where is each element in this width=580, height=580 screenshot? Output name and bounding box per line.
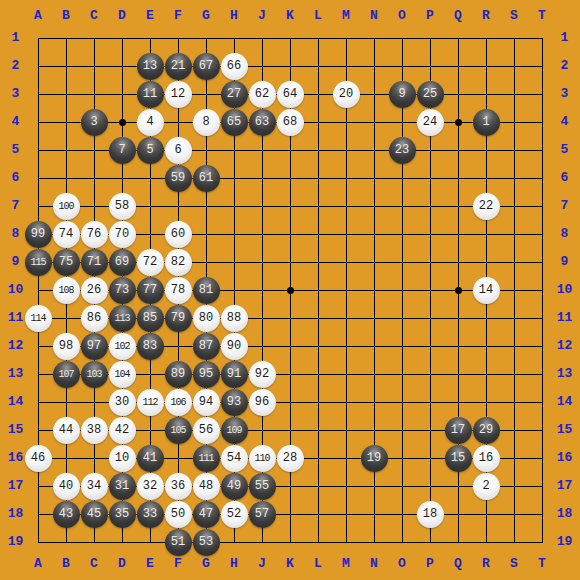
stone-black[interactable]: 67 [193,53,220,80]
stone-white[interactable]: 4 [137,109,164,136]
stone-white[interactable]: 16 [473,445,500,472]
move-number: 49 [227,479,241,493]
stone-black[interactable]: 105 [165,417,192,444]
move-number: 55 [255,479,269,493]
stone-black[interactable]: 53 [193,529,220,556]
move-number: 93 [227,395,241,409]
move-number: 1 [482,115,489,129]
stone-black[interactable]: 15 [445,445,472,472]
stone-black[interactable]: 5 [137,137,164,164]
stone-white[interactable]: 102 [109,333,136,360]
stone-white[interactable]: 36 [165,473,192,500]
stone-white[interactable]: 60 [165,221,192,248]
stone-white[interactable]: 32 [137,473,164,500]
stone-white[interactable]: 88 [221,305,248,332]
move-number: 114 [30,313,45,324]
move-number: 113 [114,313,129,324]
move-number: 106 [170,397,185,408]
move-number: 71 [87,255,101,269]
move-number: 25 [423,87,437,101]
move-number: 73 [115,283,129,297]
move-number: 90 [227,339,241,353]
move-number: 26 [87,283,101,297]
stone-black[interactable]: 55 [249,473,276,500]
stone-white[interactable]: 54 [221,445,248,472]
move-number: 74 [59,227,73,241]
move-number: 5 [146,143,153,157]
stone-black[interactable]: 27 [221,81,248,108]
stone-white[interactable]: 46 [25,445,52,472]
move-number: 92 [255,367,269,381]
move-number: 12 [171,87,185,101]
move-number: 15 [451,451,465,465]
stone-black[interactable]: 1 [473,109,500,136]
move-number: 112 [142,397,157,408]
move-number: 111 [198,453,213,464]
move-number: 94 [199,395,213,409]
move-number: 29 [479,423,493,437]
stone-white[interactable]: 56 [193,417,220,444]
move-number: 48 [199,479,213,493]
stone-white[interactable]: 6 [165,137,192,164]
stone-white[interactable]: 68 [277,109,304,136]
stone-black[interactable]: 93 [221,389,248,416]
stone-white[interactable]: 12 [165,81,192,108]
move-number: 78 [171,283,185,297]
stone-white[interactable]: 62 [249,81,276,108]
move-number: 99 [31,227,45,241]
move-number: 40 [59,479,73,493]
move-number: 60 [171,227,185,241]
move-number: 8 [202,115,209,129]
move-number: 50 [171,507,185,521]
move-number: 110 [254,453,269,464]
go-board-screen: ABCDEFGHJKLMNOPQRST ABCDEFGHJKLMNOPQRST … [0,0,580,580]
move-number: 108 [58,285,73,296]
stone-black[interactable]: 3 [81,109,108,136]
stone-white[interactable]: 74 [53,221,80,248]
stone-white[interactable]: 28 [277,445,304,472]
stone-black[interactable]: 103 [81,361,108,388]
move-number: 3 [90,115,97,129]
move-number: 9 [398,87,405,101]
move-number: 46 [31,451,45,465]
stone-black[interactable]: 43 [53,501,80,528]
move-number: 45 [87,507,101,521]
stone-black[interactable]: 21 [165,53,192,80]
move-number: 6 [174,143,181,157]
stone-white[interactable]: 8 [193,109,220,136]
move-number: 44 [59,423,73,437]
stone-white[interactable]: 104 [109,361,136,388]
move-number: 65 [227,115,241,129]
move-number: 62 [255,87,269,101]
stone-white[interactable]: 76 [81,221,108,248]
stone-black[interactable]: 33 [137,501,164,528]
stone-black[interactable]: 11 [137,81,164,108]
move-number: 11 [143,87,157,101]
stone-black[interactable]: 45 [81,501,108,528]
stone-black[interactable]: 13 [137,53,164,80]
move-number: 56 [199,423,213,437]
move-number: 58 [115,199,129,213]
stone-black[interactable]: 69 [109,249,136,276]
stone-white[interactable]: 26 [81,277,108,304]
stone-black[interactable]: 25 [417,81,444,108]
stone-black[interactable]: 29 [473,417,500,444]
move-number: 107 [58,369,73,380]
move-number: 105 [170,425,185,436]
stone-black[interactable]: 83 [137,333,164,360]
move-number: 95 [199,367,213,381]
move-number: 27 [227,87,241,101]
stone-white[interactable]: 86 [81,305,108,332]
stone-black[interactable]: 17 [445,417,472,444]
stone-white[interactable]: 30 [109,389,136,416]
stone-black[interactable]: 19 [361,445,388,472]
stone-black[interactable]: 59 [165,165,192,192]
stone-white[interactable]: 94 [193,389,220,416]
stone-white[interactable]: 112 [137,389,164,416]
move-number: 67 [199,59,213,73]
move-number: 82 [171,255,185,269]
move-number: 22 [479,199,493,213]
move-number: 54 [227,451,241,465]
move-number: 103 [86,369,101,380]
move-number: 14 [479,283,493,297]
stone-black[interactable]: 89 [165,361,192,388]
stone-black[interactable]: 61 [193,165,220,192]
move-number: 85 [143,311,157,325]
stone-white[interactable]: 98 [53,333,80,360]
stone-white[interactable]: 100 [53,193,80,220]
move-number: 31 [115,479,129,493]
stone-white[interactable]: 52 [221,501,248,528]
move-number: 34 [87,479,101,493]
stone-white[interactable]: 70 [109,221,136,248]
move-number: 91 [227,367,241,381]
move-number: 97 [87,339,101,353]
stone-white[interactable]: 44 [53,417,80,444]
stone-white[interactable]: 66 [221,53,248,80]
move-number: 72 [143,255,157,269]
stone-black[interactable]: 35 [109,501,136,528]
stone-black[interactable]: 23 [389,137,416,164]
move-number: 77 [143,283,157,297]
move-number: 47 [199,507,213,521]
move-number: 17 [451,423,465,437]
move-number: 43 [59,507,73,521]
move-number: 102 [114,341,129,352]
move-number: 70 [115,227,129,241]
stone-black[interactable]: 87 [193,333,220,360]
move-number: 76 [87,227,101,241]
move-number: 68 [283,115,297,129]
stone-white[interactable]: 48 [193,473,220,500]
stone-black[interactable]: 107 [53,361,80,388]
move-number: 7 [118,143,125,157]
move-number: 75 [59,255,73,269]
stone-white[interactable]: 110 [249,445,276,472]
stone-black[interactable]: 81 [193,277,220,304]
move-number: 81 [199,283,213,297]
stone-white[interactable]: 34 [81,473,108,500]
stone-black[interactable]: 51 [165,529,192,556]
move-number: 23 [395,143,409,157]
move-number: 59 [171,171,185,185]
stone-black[interactable]: 31 [109,473,136,500]
move-number: 66 [227,59,241,73]
stone-black[interactable]: 99 [25,221,52,248]
stone-white[interactable]: 108 [53,277,80,304]
move-number: 2 [482,479,489,493]
move-number: 88 [227,311,241,325]
stone-black[interactable]: 111 [193,445,220,472]
stone-white[interactable]: 106 [165,389,192,416]
stone-black[interactable]: 63 [249,109,276,136]
stone-white[interactable]: 90 [221,333,248,360]
stone-black[interactable]: 77 [137,277,164,304]
stone-black[interactable]: 95 [193,361,220,388]
move-number: 13 [143,59,157,73]
stone-black[interactable]: 115 [25,249,52,276]
move-number: 96 [255,395,269,409]
move-number: 28 [283,451,297,465]
stone-white[interactable]: 20 [333,81,360,108]
stone-white[interactable]: 42 [109,417,136,444]
move-number: 80 [199,311,213,325]
stone-black[interactable]: 91 [221,361,248,388]
stone-white[interactable]: 2 [473,473,500,500]
move-number: 51 [171,535,185,549]
move-number: 100 [58,201,73,212]
move-number: 10 [115,451,129,465]
stone-white[interactable]: 92 [249,361,276,388]
stone-white[interactable]: 72 [137,249,164,276]
stone-white[interactable]: 24 [417,109,444,136]
move-number: 42 [115,423,129,437]
stone-white[interactable]: 22 [473,193,500,220]
stone-white[interactable]: 14 [473,277,500,304]
move-number: 61 [199,171,213,185]
move-number: 57 [255,507,269,521]
stone-white[interactable]: 96 [249,389,276,416]
move-number: 4 [146,115,153,129]
move-number: 89 [171,367,185,381]
move-number: 63 [255,115,269,129]
move-number: 104 [114,369,129,380]
move-number: 32 [143,479,157,493]
move-number: 24 [423,115,437,129]
stone-white[interactable]: 38 [81,417,108,444]
stone-black[interactable]: 65 [221,109,248,136]
stone-white[interactable]: 18 [417,501,444,528]
move-number: 69 [115,255,129,269]
move-number: 53 [199,535,213,549]
stone-white[interactable]: 82 [165,249,192,276]
stone-black[interactable]: 71 [81,249,108,276]
move-number: 21 [171,59,185,73]
stone-black[interactable]: 79 [165,305,192,332]
move-number: 87 [199,339,213,353]
stone-black[interactable]: 73 [109,277,136,304]
stone-white[interactable]: 50 [165,501,192,528]
move-number: 38 [87,423,101,437]
stone-black[interactable]: 47 [193,501,220,528]
stone-white[interactable]: 78 [165,277,192,304]
stone-black[interactable]: 109 [221,417,248,444]
stone-black[interactable]: 57 [249,501,276,528]
move-number: 41 [143,451,157,465]
stone-black[interactable]: 113 [109,305,136,332]
stone-white[interactable]: 80 [193,305,220,332]
move-number: 52 [227,507,241,521]
stone-white[interactable]: 114 [25,305,52,332]
stone-black[interactable]: 49 [221,473,248,500]
move-number: 33 [143,507,157,521]
move-number: 30 [115,395,129,409]
stone-white[interactable]: 10 [109,445,136,472]
move-number: 20 [339,87,353,101]
move-number: 35 [115,507,129,521]
stone-black[interactable]: 75 [53,249,80,276]
move-number: 64 [283,87,297,101]
stone-black[interactable]: 41 [137,445,164,472]
move-number: 109 [226,425,241,436]
move-number: 98 [59,339,73,353]
move-number: 19 [367,451,381,465]
stone-white[interactable]: 58 [109,193,136,220]
move-number: 79 [171,311,185,325]
stone-white[interactable]: 64 [277,81,304,108]
move-number: 16 [479,451,493,465]
move-number: 115 [30,257,45,268]
move-number: 86 [87,311,101,325]
stone-black[interactable]: 9 [389,81,416,108]
move-number: 18 [423,507,437,521]
stone-black[interactable]: 85 [137,305,164,332]
move-number: 83 [143,339,157,353]
stone-black[interactable]: 97 [81,333,108,360]
stone-black[interactable]: 7 [109,137,136,164]
stones-grid: 1234567891011121314151617181920212223242… [24,24,556,556]
stone-white[interactable]: 40 [53,473,80,500]
move-number: 36 [171,479,185,493]
